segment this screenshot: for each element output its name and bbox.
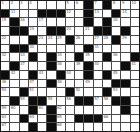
cell-r7c14[interactable] <box>121 53 129 61</box>
clue-number-6: 6 <box>76 1 78 5</box>
black-cell-r14c3 <box>20 115 28 123</box>
cell-r1c13[interactable]: 8 <box>112 1 120 9</box>
black-cell-r4c6 <box>47 27 55 35</box>
clue-number-49: 49 <box>85 80 90 84</box>
black-cell-r8c10 <box>84 62 92 70</box>
cell-r7c2[interactable] <box>10 53 18 61</box>
cell-r5c5[interactable]: 23 <box>38 36 46 44</box>
cell-r15c3[interactable] <box>20 123 28 131</box>
cell-r7c7[interactable]: 34 <box>57 53 65 61</box>
cell-r3c8[interactable] <box>66 18 74 26</box>
black-cell-r9c12 <box>103 71 111 79</box>
cell-r4c1[interactable] <box>1 27 9 35</box>
cell-r6c12[interactable] <box>103 45 111 53</box>
clue-number-21: 21 <box>85 27 90 31</box>
cell-r5c3[interactable] <box>20 36 28 44</box>
clue-number-65: 65 <box>57 115 62 119</box>
cell-r3c9[interactable] <box>75 18 83 26</box>
cell-r14c8[interactable] <box>66 115 74 123</box>
clue-number-14: 14 <box>122 10 127 14</box>
clue-number-43: 43 <box>39 71 44 75</box>
clue-number-25: 25 <box>57 36 62 40</box>
clue-number-52: 52 <box>76 88 81 92</box>
cell-r4c4[interactable]: 19 <box>29 27 37 35</box>
cell-r11c5[interactable] <box>38 88 46 96</box>
black-cell-r7c9 <box>75 53 83 61</box>
cell-r9c3[interactable] <box>20 71 28 79</box>
black-cell-r15c4 <box>29 123 37 131</box>
black-cell-r9c4 <box>29 71 37 79</box>
black-cell-r1c10 <box>84 1 92 9</box>
clue-number-36: 36 <box>113 53 118 57</box>
cell-r2c9[interactable] <box>75 10 83 18</box>
black-cell-r8c14 <box>121 62 129 70</box>
clue-number-18: 18 <box>113 18 118 22</box>
cell-r13c12[interactable] <box>103 106 111 114</box>
clue-number-15: 15 <box>2 18 7 22</box>
cell-r11c11[interactable] <box>94 88 102 96</box>
cell-r15c7[interactable]: 68 <box>57 123 65 131</box>
black-cell-r10c13 <box>112 80 120 88</box>
cell-r11c13[interactable]: 53 <box>112 88 120 96</box>
cell-r5c12[interactable]: 28 <box>103 36 111 44</box>
clue-number-60: 60 <box>11 106 16 110</box>
cell-r1c5[interactable] <box>38 1 46 9</box>
cell-r15c14[interactable] <box>121 123 129 131</box>
cell-r5c2[interactable] <box>10 36 18 44</box>
cell-r12c6[interactable]: 55 <box>47 97 55 105</box>
cell-r13c3[interactable] <box>20 106 28 114</box>
clue-number-29: 29 <box>122 36 127 40</box>
cell-r7c1[interactable]: 32 <box>1 53 9 61</box>
black-cell-r5c13 <box>112 36 120 44</box>
cell-r11c15[interactable] <box>131 88 139 96</box>
cell-r6c7[interactable] <box>57 45 65 53</box>
cell-r4c15[interactable] <box>131 27 139 35</box>
clue-number-32: 32 <box>2 53 7 57</box>
black-cell-r14c9 <box>75 115 83 123</box>
black-cell-r14c10 <box>84 115 92 123</box>
black-cell-r4c11 <box>94 27 102 35</box>
cell-r14c7[interactable]: 65 <box>57 115 65 123</box>
black-cell-r13c4 <box>29 106 37 114</box>
cell-r7c13[interactable]: 36 <box>112 53 120 61</box>
cell-r14c13[interactable] <box>112 115 120 123</box>
cell-r12c12[interactable]: 58 <box>103 97 111 105</box>
cell-r13c13[interactable] <box>112 106 120 114</box>
cell-r1c11[interactable]: 7 <box>94 1 102 9</box>
black-cell-r4c2 <box>10 27 18 35</box>
cell-r6c14[interactable] <box>121 45 129 53</box>
cell-r8c13[interactable] <box>112 62 120 70</box>
cell-r1c15[interactable]: 10 <box>131 1 139 9</box>
cell-r2c3[interactable] <box>20 10 28 18</box>
black-cell-r2c5 <box>38 10 46 18</box>
black-cell-r3c12 <box>103 18 111 26</box>
cell-r6c4[interactable]: 30 <box>29 45 37 53</box>
cell-r15c11[interactable] <box>94 123 102 131</box>
clue-number-53: 53 <box>113 88 118 92</box>
cell-r15c5[interactable] <box>38 123 46 131</box>
cell-r8c8[interactable] <box>66 62 74 70</box>
black-cell-r14c6 <box>47 115 55 123</box>
black-cell-r7c6 <box>47 53 55 61</box>
cell-r10c9[interactable] <box>75 80 83 88</box>
cell-r1c6[interactable] <box>47 1 55 9</box>
cell-r12c1[interactable] <box>1 97 9 105</box>
clue-number-28: 28 <box>103 36 108 40</box>
clue-number-24: 24 <box>48 36 53 40</box>
black-cell-r11c3 <box>20 88 28 96</box>
cell-r3c15[interactable] <box>131 18 139 26</box>
cell-r10c3[interactable] <box>20 80 28 88</box>
cell-r13c10[interactable] <box>84 106 92 114</box>
cell-r12c11[interactable]: 57 <box>94 97 102 105</box>
clue-number-5: 5 <box>66 1 68 5</box>
clue-number-26: 26 <box>76 36 81 40</box>
cell-r3c7[interactable] <box>57 18 65 26</box>
cell-r15c2[interactable] <box>10 123 18 131</box>
black-cell-r13c14 <box>121 106 129 114</box>
black-cell-r12c9 <box>75 97 83 105</box>
black-cell-r9c7 <box>57 71 65 79</box>
clue-number-1: 1 <box>2 1 4 5</box>
cell-r7c5[interactable] <box>38 53 46 61</box>
clue-number-54: 54 <box>20 97 25 101</box>
cell-r10c2[interactable] <box>10 80 18 88</box>
black-cell-r3c10 <box>84 18 92 26</box>
cell-r8c3[interactable]: 37 <box>20 62 28 70</box>
cell-r5c1[interactable]: 22 <box>1 36 9 44</box>
cell-r15c15[interactable] <box>131 123 139 131</box>
clue-number-47: 47 <box>29 80 34 84</box>
black-cell-r2c1 <box>1 10 9 18</box>
cell-r13c8[interactable] <box>66 106 74 114</box>
cell-r3c6[interactable] <box>47 18 55 26</box>
clue-number-55: 55 <box>48 97 53 101</box>
black-cell-r12c4 <box>29 97 37 105</box>
clue-number-68: 68 <box>57 123 62 127</box>
clue-number-13: 13 <box>94 10 99 14</box>
clue-number-41: 41 <box>131 62 136 66</box>
cell-r5c9[interactable]: 26 <box>75 36 83 44</box>
black-cell-r10c14 <box>121 80 129 88</box>
clue-number-46: 46 <box>2 80 7 84</box>
black-cell-r4c3 <box>20 27 28 35</box>
crossword-puzzle: 1234567891011121314151617181920212223242… <box>0 0 140 132</box>
clue-number-62: 62 <box>57 106 62 110</box>
cell-r3c14[interactable] <box>121 18 129 26</box>
clue-number-16: 16 <box>20 18 25 22</box>
cell-r10c4[interactable]: 47 <box>29 80 37 88</box>
cell-r13c15[interactable] <box>131 106 139 114</box>
cell-r8c15[interactable]: 41 <box>131 62 139 70</box>
cell-r4c10[interactable]: 21 <box>84 27 92 35</box>
cell-r1c1[interactable]: 1 <box>1 1 9 9</box>
cell-r9c13[interactable]: 45 <box>112 71 120 79</box>
clue-number-58: 58 <box>103 97 108 101</box>
clue-number-10: 10 <box>131 1 136 5</box>
cell-r9c11[interactable] <box>94 71 102 79</box>
black-cell-r8c2 <box>10 62 18 70</box>
clue-number-4: 4 <box>29 1 31 5</box>
cell-r1c8[interactable]: 5 <box>66 1 74 9</box>
cell-r1c3[interactable]: 3 <box>20 1 28 9</box>
cell-r9c15[interactable] <box>131 71 139 79</box>
black-cell-r6c2 <box>10 45 18 53</box>
clue-number-39: 39 <box>76 62 81 66</box>
clue-number-48: 48 <box>57 80 62 84</box>
cell-r15c10[interactable] <box>84 123 92 131</box>
clue-number-57: 57 <box>94 97 99 101</box>
clue-number-9: 9 <box>122 1 124 5</box>
clue-number-66: 66 <box>103 115 108 119</box>
black-cell-r8c6 <box>47 62 55 70</box>
black-cell-r7c12 <box>103 53 111 61</box>
black-cell-r4c12 <box>103 27 111 35</box>
cell-r2c14[interactable]: 14 <box>121 10 129 18</box>
cell-r9c2[interactable]: 42 <box>10 71 18 79</box>
cell-r7c11[interactable] <box>94 53 102 61</box>
clue-number-64: 64 <box>29 115 34 119</box>
cell-r3c3[interactable]: 16 <box>20 18 28 26</box>
cell-r10c7[interactable]: 48 <box>57 80 65 88</box>
cell-r12c15[interactable] <box>131 97 139 105</box>
cell-r2c4[interactable] <box>29 10 37 18</box>
cell-r11c4[interactable]: 51 <box>29 88 37 96</box>
cell-r9c6[interactable] <box>47 71 55 79</box>
cell-r10c11[interactable] <box>94 80 102 88</box>
cell-r15c13[interactable] <box>112 123 120 131</box>
cell-r2c11[interactable]: 13 <box>94 10 102 18</box>
clue-number-51: 51 <box>29 88 34 92</box>
black-cell-r3c2 <box>10 18 18 26</box>
cell-r14c12[interactable]: 66 <box>103 115 111 123</box>
cell-r11c9[interactable]: 52 <box>75 88 83 96</box>
cell-r10c15[interactable] <box>131 80 139 88</box>
cell-r6c1[interactable] <box>1 45 9 53</box>
cell-r10c10[interactable]: 49 <box>84 80 92 88</box>
cell-r15c12[interactable] <box>103 123 111 131</box>
cell-r9c8[interactable]: 44 <box>66 71 74 79</box>
black-cell-r11c8 <box>66 88 74 96</box>
cell-r1c2[interactable]: 2 <box>10 1 18 9</box>
cell-r14c14[interactable] <box>121 115 129 123</box>
cell-r3c5[interactable]: 17 <box>38 18 46 26</box>
cell-r10c8[interactable] <box>66 80 74 88</box>
black-cell-r12c10 <box>84 97 92 105</box>
cell-r12c7[interactable] <box>57 97 65 105</box>
cell-r1c14[interactable]: 9 <box>121 1 129 9</box>
black-cell-r12c5 <box>38 97 46 105</box>
black-cell-r4c7 <box>57 27 65 35</box>
cell-r7c10[interactable]: 35 <box>84 53 92 61</box>
clue-number-56: 56 <box>66 97 71 101</box>
black-cell-r11c12 <box>103 88 111 96</box>
cell-r8c11[interactable]: 40 <box>94 62 102 70</box>
clue-number-38: 38 <box>57 62 62 66</box>
cell-r13c11[interactable] <box>94 106 102 114</box>
clue-number-17: 17 <box>39 18 44 22</box>
cell-r4c5[interactable] <box>38 27 46 35</box>
cell-r11c2[interactable] <box>10 88 18 96</box>
cell-r1c7[interactable] <box>57 1 65 9</box>
cell-r11c1[interactable]: 50 <box>1 88 9 96</box>
black-cell-r2c13 <box>112 10 120 18</box>
black-cell-r9c1 <box>1 71 9 79</box>
cell-r14c4[interactable]: 64 <box>29 115 37 123</box>
cell-r13c9[interactable] <box>75 106 83 114</box>
clue-number-33: 33 <box>20 53 25 57</box>
clue-number-30: 30 <box>29 45 34 49</box>
cell-r11c10[interactable] <box>84 88 92 96</box>
clue-number-27: 27 <box>94 36 99 40</box>
black-cell-r2c10 <box>84 10 92 18</box>
cell-r4c13[interactable] <box>112 27 120 35</box>
cell-r10c1[interactable]: 46 <box>1 80 9 88</box>
cell-r13c5[interactable]: 61 <box>38 106 46 114</box>
cell-r5c7[interactable]: 25 <box>57 36 65 44</box>
cell-r15c8[interactable] <box>66 123 74 131</box>
black-cell-r7c4 <box>29 53 37 61</box>
cell-r15c9[interactable] <box>75 123 83 131</box>
cell-r10c12[interactable] <box>103 80 111 88</box>
cell-r1c4[interactable]: 4 <box>29 1 37 9</box>
cell-r9c14[interactable] <box>121 71 129 79</box>
clue-number-12: 12 <box>66 10 71 14</box>
clue-number-3: 3 <box>20 1 22 5</box>
clue-number-19: 19 <box>29 27 34 31</box>
clue-number-37: 37 <box>20 62 25 66</box>
black-cell-r5c4 <box>29 36 37 44</box>
black-cell-r6c3 <box>20 45 28 53</box>
black-cell-r12c13 <box>112 97 120 105</box>
cell-r2c2[interactable]: 11 <box>10 10 18 18</box>
clue-number-11: 11 <box>11 10 16 14</box>
clue-number-20: 20 <box>66 27 71 31</box>
black-cell-r4c14 <box>121 27 129 35</box>
clue-number-63: 63 <box>2 115 7 119</box>
black-cell-r10c6 <box>47 80 55 88</box>
black-cell-r7c15 <box>131 53 139 61</box>
cell-r3c13[interactable]: 18 <box>112 18 120 26</box>
cell-r2c8[interactable]: 12 <box>66 10 74 18</box>
black-cell-r1c12 <box>103 1 111 9</box>
cell-r11c14[interactable] <box>121 88 129 96</box>
cell-r4c9[interactable] <box>75 27 83 35</box>
black-cell-r13c6 <box>47 106 55 114</box>
cell-r15c1[interactable]: 67 <box>1 123 9 131</box>
cell-r4c8[interactable]: 20 <box>66 27 74 35</box>
cell-r6c6[interactable] <box>47 45 55 53</box>
clue-number-50: 50 <box>2 88 7 92</box>
clue-number-42: 42 <box>11 71 16 75</box>
clue-number-61: 61 <box>39 106 44 110</box>
cell-r3c4[interactable] <box>29 18 37 26</box>
black-cell-r5c8 <box>66 36 74 44</box>
cell-r2c12[interactable] <box>103 10 111 18</box>
cell-r1c9[interactable]: 6 <box>75 1 83 9</box>
clue-number-44: 44 <box>66 71 71 75</box>
cell-r5c6[interactable]: 24 <box>47 36 55 44</box>
cell-r11c6[interactable] <box>47 88 55 96</box>
cell-r5c15[interactable] <box>131 36 139 44</box>
cell-r9c9[interactable] <box>75 71 83 79</box>
clue-number-59: 59 <box>2 106 7 110</box>
cell-r12c3[interactable]: 54 <box>20 97 28 105</box>
clue-number-67: 67 <box>2 123 7 127</box>
cell-r14c5[interactable] <box>38 115 46 123</box>
black-cell-r14c11 <box>94 115 102 123</box>
black-cell-r12c14 <box>121 97 129 105</box>
clue-number-45: 45 <box>113 71 118 75</box>
cell-r6c11[interactable]: 31 <box>94 45 102 53</box>
clue-number-23: 23 <box>39 36 44 40</box>
cell-r6c13[interactable] <box>112 45 120 53</box>
cell-r3c1[interactable]: 15 <box>1 18 9 26</box>
cell-r12c8[interactable]: 56 <box>66 97 74 105</box>
black-cell-r2c6 <box>47 10 55 18</box>
clue-number-7: 7 <box>94 1 96 5</box>
crossword-grid: 1234567891011121314151617181920212223242… <box>0 0 140 132</box>
cell-r2c15[interactable] <box>131 10 139 18</box>
clue-number-22: 22 <box>2 36 7 40</box>
cell-r13c1[interactable]: 59 <box>1 106 9 114</box>
black-cell-r12c2 <box>10 97 18 105</box>
cell-r8c4[interactable] <box>29 62 37 70</box>
cell-r5c10[interactable] <box>84 36 92 44</box>
cell-r7c3[interactable]: 33 <box>20 53 28 61</box>
cell-r8c9[interactable]: 39 <box>75 62 83 70</box>
black-cell-r15c6 <box>47 123 55 131</box>
cell-r5c11[interactable]: 27 <box>94 36 102 44</box>
cell-r14c15[interactable] <box>131 115 139 123</box>
cell-r14c2[interactable] <box>10 115 18 123</box>
clue-number-31: 31 <box>94 45 99 49</box>
cell-r3c11[interactable] <box>94 18 102 26</box>
clue-number-34: 34 <box>57 53 62 57</box>
cell-r10c5[interactable] <box>38 80 46 88</box>
cell-r7c8[interactable] <box>66 53 74 61</box>
black-cell-r2c7 <box>57 10 65 18</box>
black-cell-r6c10 <box>84 45 92 53</box>
cell-r5c14[interactable]: 29 <box>121 36 129 44</box>
cell-r6c5[interactable] <box>38 45 46 53</box>
cell-r6c15[interactable] <box>131 45 139 53</box>
cell-r13c2[interactable]: 60 <box>10 106 18 114</box>
clue-number-2: 2 <box>11 1 13 5</box>
cell-r11c7[interactable] <box>57 88 65 96</box>
cell-r6c9[interactable] <box>75 45 83 53</box>
cell-r13c7[interactable]: 62 <box>57 106 65 114</box>
cell-r8c7[interactable]: 38 <box>57 62 65 70</box>
clue-number-40: 40 <box>94 62 99 66</box>
cell-r8c5[interactable] <box>38 62 46 70</box>
black-cell-r9c10 <box>84 71 92 79</box>
cell-r8c12[interactable] <box>103 62 111 70</box>
clue-number-35: 35 <box>85 53 90 57</box>
cell-r8c1[interactable] <box>1 62 9 70</box>
cell-r6c8[interactable] <box>66 45 74 53</box>
clue-number-8: 8 <box>113 1 115 5</box>
cell-r14c1[interactable]: 63 <box>1 115 9 123</box>
cell-r9c5[interactable]: 43 <box>38 71 46 79</box>
